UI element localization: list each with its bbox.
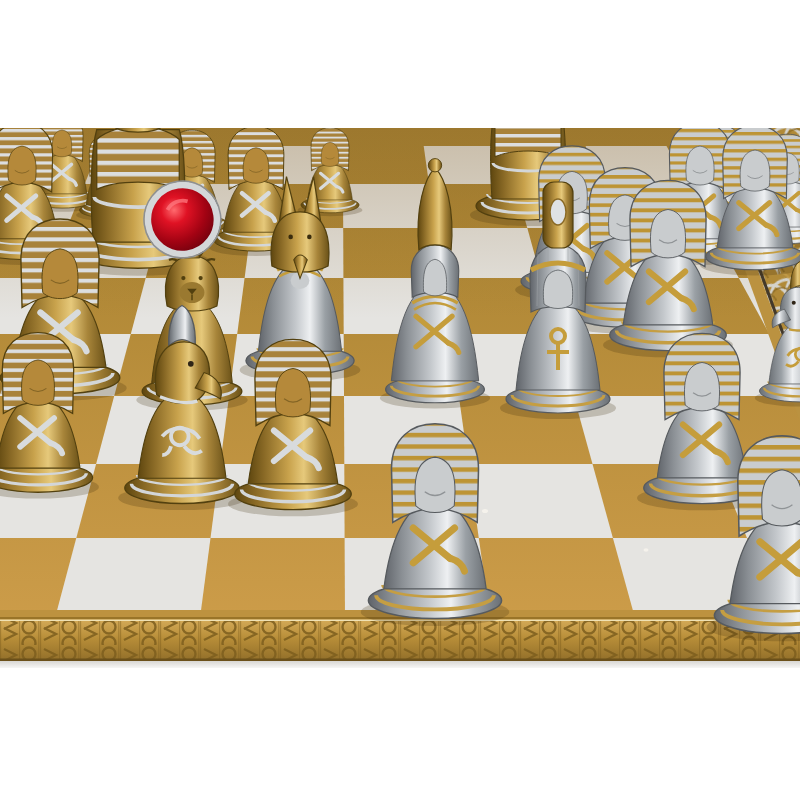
- pharaoh-head: [738, 436, 800, 536]
- pharaoh-head: [630, 180, 706, 266]
- sekhmet-head: [165, 256, 218, 311]
- pharaoh-head: [311, 128, 349, 171]
- pharaoh-head: [723, 128, 788, 199]
- pharaoh-head: [228, 128, 284, 190]
- chess-photo: [0, 128, 800, 668]
- table-shadow: [0, 661, 800, 668]
- pharaoh-head: [664, 333, 740, 419]
- queen-head: [530, 245, 586, 312]
- king-head: [411, 245, 459, 297]
- pharaoh-head: [2, 333, 73, 414]
- pharaoh-head: [391, 424, 478, 523]
- pharaoh-head: [0, 128, 53, 192]
- photo-canvas: [0, 0, 800, 800]
- pharaoh-head: [21, 219, 99, 308]
- queen-crown: [543, 182, 573, 248]
- pharaoh-head: [255, 339, 331, 425]
- chessboard-scene: [0, 128, 800, 668]
